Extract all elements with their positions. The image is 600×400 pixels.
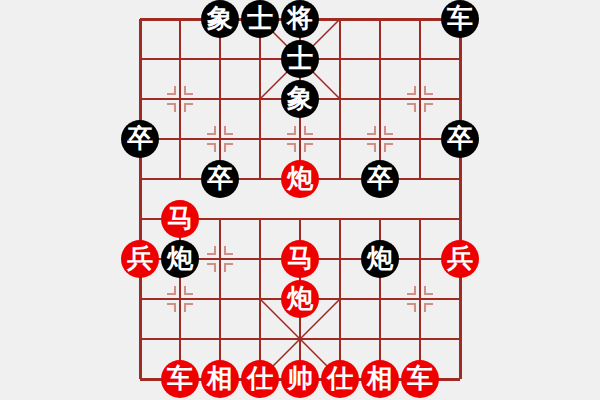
piece-black-elephant[interactable]: 象: [201, 0, 239, 38]
piece-red-elephant[interactable]: 相: [361, 360, 399, 398]
piece-black-elephant[interactable]: 象: [281, 80, 319, 118]
piece-red-advisor[interactable]: 仕: [321, 360, 359, 398]
piece-black-general[interactable]: 将: [281, 0, 319, 38]
piece-red-cannon[interactable]: 炮: [281, 160, 319, 198]
piece-red-chariot[interactable]: 车: [401, 360, 439, 398]
xiangqi-board: 象士将车士象卒卒卒炮卒马兵炮马炮兵炮车相仕帅仕相车: [0, 0, 600, 400]
piece-black-soldier[interactable]: 卒: [121, 120, 159, 158]
piece-red-soldier[interactable]: 兵: [441, 240, 479, 278]
piece-red-chariot[interactable]: 车: [161, 360, 199, 398]
piece-black-soldier[interactable]: 卒: [201, 160, 239, 198]
piece-red-horse[interactable]: 马: [281, 240, 319, 278]
piece-red-elephant[interactable]: 相: [201, 360, 239, 398]
piece-red-cannon[interactable]: 炮: [281, 280, 319, 318]
piece-black-soldier[interactable]: 卒: [361, 160, 399, 198]
piece-black-advisor[interactable]: 士: [281, 40, 319, 78]
piece-black-chariot[interactable]: 车: [441, 0, 479, 38]
piece-black-soldier[interactable]: 卒: [441, 120, 479, 158]
piece-red-advisor[interactable]: 仕: [241, 360, 279, 398]
piece-red-soldier[interactable]: 兵: [121, 240, 159, 278]
piece-red-general[interactable]: 帅: [281, 360, 319, 398]
piece-black-cannon[interactable]: 炮: [361, 240, 399, 278]
piece-black-cannon[interactable]: 炮: [161, 240, 199, 278]
piece-red-horse[interactable]: 马: [161, 200, 199, 238]
piece-black-advisor[interactable]: 士: [241, 0, 279, 38]
board-pieces: 象士将车士象卒卒卒炮卒马兵炮马炮兵炮车相仕帅仕相车: [120, 0, 480, 399]
